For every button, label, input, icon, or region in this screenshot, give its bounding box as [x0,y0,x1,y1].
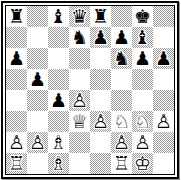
piece-white-knight: ♘ [132,111,153,132]
piece-halo: ♟ [48,90,69,111]
square-a6[interactable]: ♟♟ [6,48,27,69]
square-e6[interactable] [90,48,111,69]
square-a5[interactable] [6,69,27,90]
square-d4[interactable]: ♟♙ [69,90,90,111]
piece-halo: ♜ [90,6,111,27]
square-h2[interactable] [153,132,174,153]
square-d5[interactable] [69,69,90,90]
piece-black-rook: ♜ [90,6,111,27]
piece-halo: ♞ [132,111,153,132]
piece-halo: ♚ [132,153,153,174]
square-e7[interactable]: ♟♟ [90,27,111,48]
square-e8[interactable]: ♜♜ [90,6,111,27]
piece-halo: ♟ [132,48,153,69]
piece-black-pawn: ♟ [6,48,27,69]
piece-white-rook: ♖ [6,153,27,174]
piece-white-pawn: ♙ [132,132,153,153]
square-h4[interactable] [153,90,174,111]
piece-halo: ♟ [111,27,132,48]
square-f8[interactable] [111,6,132,27]
chess-board: ♜♜♝♝♛♛♜♜♚♚♞♞♟♟♟♟♝♝♟♟♞♞♟♟♟♟♟♟♟♟♟♙♛♕♟♙♞♘♞♘… [5,5,175,175]
piece-black-rook: ♜ [6,6,27,27]
piece-white-pawn: ♙ [6,132,27,153]
piece-white-pawn: ♙ [69,90,90,111]
piece-halo: ♞ [111,111,132,132]
square-c5[interactable] [48,69,69,90]
piece-halo: ♟ [132,132,153,153]
square-b7[interactable] [27,27,48,48]
square-e5[interactable] [90,69,111,90]
square-c1[interactable]: ♝♗ [48,153,69,174]
piece-halo: ♚ [132,6,153,27]
piece-black-king: ♚ [132,6,153,27]
piece-halo: ♟ [90,27,111,48]
piece-halo: ♟ [6,132,27,153]
square-d7[interactable]: ♞♞ [69,27,90,48]
piece-halo: ♜ [6,153,27,174]
piece-white-bishop: ♗ [48,153,69,174]
square-b4[interactable] [27,90,48,111]
piece-halo: ♟ [27,132,48,153]
square-f5[interactable] [111,69,132,90]
piece-black-pawn: ♟ [111,27,132,48]
square-b3[interactable] [27,111,48,132]
square-g2[interactable]: ♟♙ [132,132,153,153]
piece-white-bishop: ♗ [48,132,69,153]
square-h1[interactable] [153,153,174,174]
square-g8[interactable]: ♚♚ [132,6,153,27]
piece-halo: ♜ [6,6,27,27]
square-f2[interactable]: ♟♙ [111,132,132,153]
square-c3[interactable] [48,111,69,132]
square-h5[interactable] [153,69,174,90]
piece-black-knight: ♞ [69,27,90,48]
piece-halo: ♛ [69,111,90,132]
square-e3[interactable]: ♟♙ [90,111,111,132]
piece-halo: ♟ [90,111,111,132]
piece-white-pawn: ♙ [111,132,132,153]
piece-black-bishop: ♝ [48,6,69,27]
piece-halo: ♞ [69,27,90,48]
piece-halo: ♝ [48,153,69,174]
piece-black-pawn: ♟ [153,48,174,69]
square-a2[interactable]: ♟♙ [6,132,27,153]
piece-black-pawn: ♟ [132,48,153,69]
square-g1[interactable]: ♚♔ [132,153,153,174]
square-d6[interactable] [69,48,90,69]
square-e4[interactable] [90,90,111,111]
piece-black-knight: ♞ [111,48,132,69]
square-b8[interactable] [27,6,48,27]
square-h6[interactable]: ♟♟ [153,48,174,69]
square-g4[interactable] [132,90,153,111]
square-a8[interactable]: ♜♜ [6,6,27,27]
piece-white-rook: ♖ [111,153,132,174]
piece-halo: ♟ [6,48,27,69]
square-e1[interactable] [90,153,111,174]
square-f4[interactable] [111,90,132,111]
square-e2[interactable] [90,132,111,153]
piece-black-bishop: ♝ [132,27,153,48]
piece-white-pawn: ♙ [27,132,48,153]
piece-white-king: ♔ [132,153,153,174]
piece-halo: ♝ [48,132,69,153]
square-a7[interactable] [6,27,27,48]
square-d3[interactable]: ♛♕ [69,111,90,132]
square-g5[interactable] [132,69,153,90]
square-d2[interactable] [69,132,90,153]
piece-halo: ♟ [27,69,48,90]
piece-halo: ♜ [111,153,132,174]
piece-halo: ♟ [69,90,90,111]
piece-white-knight: ♘ [111,111,132,132]
square-a1[interactable]: ♜♖ [6,153,27,174]
square-a3[interactable] [6,111,27,132]
square-d8[interactable]: ♛♛ [69,6,90,27]
square-b2[interactable]: ♟♙ [27,132,48,153]
piece-black-queen: ♛ [69,6,90,27]
piece-halo: ♟ [111,132,132,153]
board-frame: ♜♜♝♝♛♛♜♜♚♚♞♞♟♟♟♟♝♝♟♟♞♞♟♟♟♟♟♟♟♟♟♙♛♕♟♙♞♘♞♘… [1,1,179,179]
square-f1[interactable]: ♜♖ [111,153,132,174]
piece-halo: ♝ [132,27,153,48]
square-h3[interactable]: ♟♙ [153,111,174,132]
square-f6[interactable]: ♞♞ [111,48,132,69]
piece-white-queen: ♕ [69,111,90,132]
square-d1[interactable] [69,153,90,174]
square-b1[interactable] [27,153,48,174]
square-g3[interactable]: ♞♘ [132,111,153,132]
square-c4[interactable]: ♟♟ [48,90,69,111]
square-g6[interactable]: ♟♟ [132,48,153,69]
piece-halo: ♛ [69,6,90,27]
piece-halo: ♝ [48,6,69,27]
square-f7[interactable]: ♟♟ [111,27,132,48]
square-b6[interactable] [27,48,48,69]
square-c8[interactable]: ♝♝ [48,6,69,27]
square-h7[interactable] [153,27,174,48]
square-c2[interactable]: ♝♗ [48,132,69,153]
square-h8[interactable] [153,6,174,27]
square-a4[interactable] [6,90,27,111]
piece-white-pawn: ♙ [90,111,111,132]
square-f3[interactable]: ♞♘ [111,111,132,132]
piece-black-pawn: ♟ [48,90,69,111]
piece-halo: ♞ [111,48,132,69]
piece-halo: ♟ [153,111,174,132]
piece-white-pawn: ♙ [153,111,174,132]
square-c7[interactable] [48,27,69,48]
piece-black-pawn: ♟ [27,69,48,90]
square-b5[interactable]: ♟♟ [27,69,48,90]
square-c6[interactable] [48,48,69,69]
piece-black-pawn: ♟ [90,27,111,48]
piece-halo: ♟ [153,48,174,69]
square-g7[interactable]: ♝♝ [132,27,153,48]
